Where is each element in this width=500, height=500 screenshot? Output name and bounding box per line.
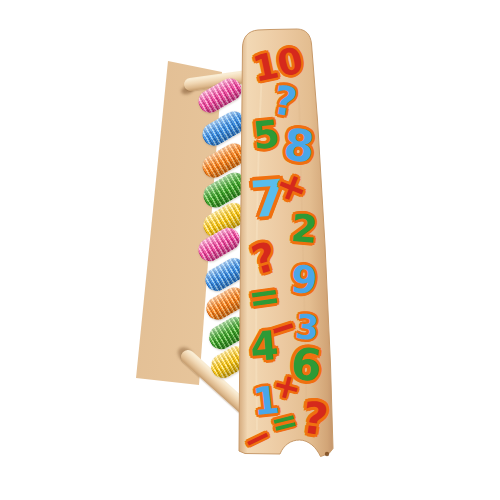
plank-symbol-17-=: = (267, 403, 301, 441)
abacus-toy-photo: 10?587+2?9=−346+1=?− (0, 0, 500, 500)
plank-symbol-18-?: ? (299, 395, 330, 442)
plank-symbol-7-2: 2 (289, 209, 319, 249)
plank-symbol-13-4: 4 (248, 325, 279, 367)
plank-symbols: 10?587+2?9=−346+1=?− (0, 0, 500, 500)
plank-symbol-9-9: 9 (289, 260, 319, 301)
plank-symbol-3-5: 5 (251, 115, 281, 156)
